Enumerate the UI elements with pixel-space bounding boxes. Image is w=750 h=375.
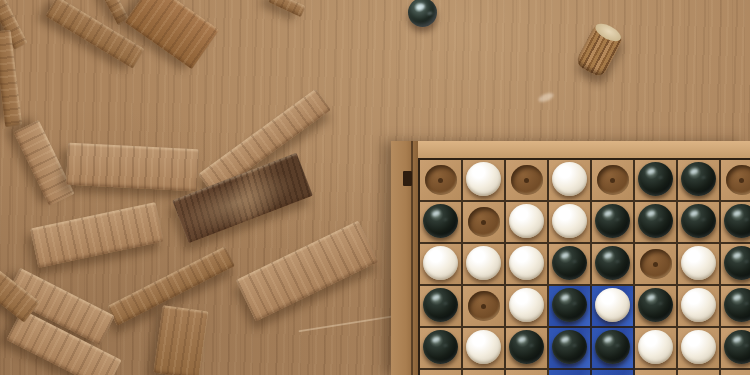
- board-cell[interactable]: [420, 286, 463, 328]
- board-left-rail: [391, 141, 420, 375]
- board-cell[interactable]: [506, 286, 549, 328]
- board-cell[interactable]: [592, 328, 635, 370]
- board-cell[interactable]: [678, 244, 721, 286]
- white-piece: [466, 162, 501, 196]
- board-cell[interactable]: [635, 244, 678, 286]
- white-piece: [509, 288, 544, 322]
- board-cell[interactable]: [463, 286, 506, 328]
- black-piece: [595, 246, 630, 280]
- game-board: [391, 141, 750, 375]
- black-piece: [552, 330, 587, 364]
- white-piece: [552, 162, 587, 196]
- board-cell[interactable]: [592, 202, 635, 244]
- board-cell[interactable]: [506, 244, 549, 286]
- board-cell[interactable]: [549, 160, 592, 202]
- board-cell[interactable]: [463, 244, 506, 286]
- tabletop-scene: [0, 0, 750, 375]
- white-piece: [681, 330, 716, 364]
- black-piece: [681, 204, 716, 238]
- white-piece: [509, 246, 544, 280]
- board-cell[interactable]: [721, 202, 750, 244]
- cell-hole: [511, 165, 543, 195]
- white-piece: [423, 246, 458, 280]
- board-top-edge: [418, 141, 750, 159]
- board-cell[interactable]: [592, 370, 635, 375]
- board-cell[interactable]: [721, 160, 750, 202]
- white-piece: [552, 204, 587, 238]
- board-cell[interactable]: [506, 160, 549, 202]
- board-cell[interactable]: [635, 328, 678, 370]
- black-piece: [724, 288, 750, 322]
- black-piece: [423, 330, 458, 364]
- board-cell[interactable]: [420, 370, 463, 375]
- black-piece: [552, 246, 587, 280]
- white-piece: [595, 288, 630, 322]
- black-piece: [638, 204, 673, 238]
- black-piece: [423, 204, 458, 238]
- board-cell[interactable]: [549, 244, 592, 286]
- wood-block: [125, 0, 220, 69]
- white-piece: [509, 204, 544, 238]
- black-piece: [595, 204, 630, 238]
- board-cell[interactable]: [678, 328, 721, 370]
- cell-hole: [597, 165, 629, 195]
- black-piece: [724, 204, 750, 238]
- board-cell[interactable]: [721, 286, 750, 328]
- board-cell[interactable]: [721, 370, 750, 375]
- board-grid: [418, 158, 750, 375]
- wood-block: [65, 143, 198, 192]
- black-piece: [724, 330, 750, 364]
- wood-block: [13, 120, 74, 206]
- black-piece: [423, 288, 458, 322]
- black-piece: [724, 246, 750, 280]
- white-piece: [681, 288, 716, 322]
- black-piece: [681, 162, 716, 196]
- board-cell[interactable]: [592, 160, 635, 202]
- black-piece: [509, 330, 544, 364]
- cell-hole: [468, 207, 500, 237]
- black-piece: [638, 288, 673, 322]
- black-piece: [638, 162, 673, 196]
- white-piece: [466, 246, 501, 280]
- board-cell[interactable]: [635, 202, 678, 244]
- wood-block: [153, 305, 208, 375]
- board-cell[interactable]: [549, 286, 592, 328]
- cell-hole: [640, 249, 672, 279]
- board-cell[interactable]: [721, 328, 750, 370]
- board-cell[interactable]: [463, 328, 506, 370]
- wood-block: [268, 0, 306, 17]
- white-piece: [638, 330, 673, 364]
- board-cell[interactable]: [549, 328, 592, 370]
- board-cell[interactable]: [592, 244, 635, 286]
- board-cell[interactable]: [678, 202, 721, 244]
- board-cell[interactable]: [678, 286, 721, 328]
- wood-block: [30, 202, 164, 268]
- board-cell[interactable]: [463, 370, 506, 375]
- board-cell[interactable]: [420, 202, 463, 244]
- black-piece: [552, 288, 587, 322]
- board-cell[interactable]: [420, 160, 463, 202]
- board-surface: [418, 158, 750, 375]
- board-cell[interactable]: [678, 370, 721, 375]
- board-cell[interactable]: [420, 244, 463, 286]
- wood-block: [45, 0, 144, 68]
- board-cell[interactable]: [463, 202, 506, 244]
- board-cell[interactable]: [592, 286, 635, 328]
- board-cell[interactable]: [678, 160, 721, 202]
- board-cell[interactable]: [635, 160, 678, 202]
- black-piece: [595, 330, 630, 364]
- cell-hole: [468, 291, 500, 321]
- white-piece: [466, 330, 501, 364]
- board-cell[interactable]: [420, 328, 463, 370]
- board-cell[interactable]: [549, 202, 592, 244]
- cell-hole: [726, 165, 750, 195]
- board-cell[interactable]: [635, 370, 678, 375]
- board-cell[interactable]: [549, 370, 592, 375]
- white-piece: [681, 246, 716, 280]
- wood-block: [236, 221, 378, 322]
- board-cell[interactable]: [506, 328, 549, 370]
- board-cell[interactable]: [506, 370, 549, 375]
- board-cell[interactable]: [721, 244, 750, 286]
- board-cell[interactable]: [463, 160, 506, 202]
- cell-hole: [425, 165, 457, 195]
- board-cell[interactable]: [506, 202, 549, 244]
- board-cell[interactable]: [635, 286, 678, 328]
